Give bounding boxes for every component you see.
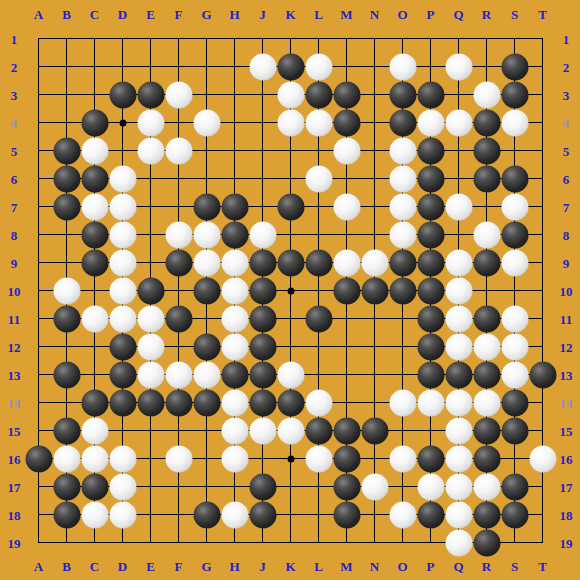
row-label-left: 16 — [8, 452, 21, 465]
stone-white[interactable] — [389, 193, 416, 220]
row-label-left: 1 — [11, 32, 18, 45]
stone-black[interactable] — [333, 501, 360, 528]
stone-black[interactable] — [137, 389, 164, 416]
stone-black[interactable] — [389, 249, 416, 276]
row-label-left: 10 — [8, 284, 21, 297]
stone-white[interactable] — [277, 109, 304, 136]
stone-white[interactable] — [109, 277, 136, 304]
stone-black[interactable] — [501, 417, 528, 444]
row-label-right: 7 — [563, 200, 570, 213]
stone-black[interactable] — [417, 277, 444, 304]
stone-white[interactable] — [277, 81, 304, 108]
stone-black[interactable] — [53, 501, 80, 528]
stone-white[interactable] — [445, 417, 472, 444]
row-label-right: 6 — [563, 172, 570, 185]
row-label-right: 2 — [563, 60, 570, 73]
column-label-bottom: Q — [453, 560, 463, 573]
stone-white[interactable] — [417, 473, 444, 500]
star-point — [287, 287, 294, 294]
stone-white[interactable] — [221, 501, 248, 528]
stone-white[interactable] — [165, 81, 192, 108]
column-label-top: L — [314, 8, 323, 21]
stone-black[interactable] — [53, 473, 80, 500]
stone-black[interactable] — [81, 473, 108, 500]
stone-black[interactable] — [249, 361, 276, 388]
stone-white[interactable] — [249, 221, 276, 248]
stone-white[interactable] — [137, 137, 164, 164]
row-label-left: 19 — [8, 536, 21, 549]
stone-black[interactable] — [53, 417, 80, 444]
stone-black[interactable] — [53, 305, 80, 332]
stone-black[interactable] — [305, 81, 332, 108]
stone-black[interactable] — [501, 221, 528, 248]
row-label-left: 2 — [11, 60, 18, 73]
stone-black[interactable] — [501, 389, 528, 416]
stone-white[interactable] — [445, 389, 472, 416]
row-label-left: 14 — [8, 396, 21, 409]
row-label-right: 14 — [560, 396, 573, 409]
stone-white[interactable] — [501, 193, 528, 220]
stone-black[interactable] — [137, 81, 164, 108]
stone-black[interactable] — [473, 109, 500, 136]
stone-black[interactable] — [305, 249, 332, 276]
column-label-bottom: K — [285, 560, 295, 573]
stone-black[interactable] — [305, 305, 332, 332]
column-label-bottom: T — [538, 560, 547, 573]
stone-black[interactable] — [193, 501, 220, 528]
stone-white[interactable] — [389, 53, 416, 80]
stone-black[interactable] — [277, 193, 304, 220]
stone-white[interactable] — [361, 473, 388, 500]
column-label-top: F — [175, 8, 183, 21]
stone-black[interactable] — [25, 445, 52, 472]
stone-white[interactable] — [473, 221, 500, 248]
stone-black[interactable] — [53, 165, 80, 192]
row-label-right: 15 — [560, 424, 573, 437]
stone-white[interactable] — [445, 277, 472, 304]
stone-white[interactable] — [165, 445, 192, 472]
stone-black[interactable] — [109, 389, 136, 416]
stone-black[interactable] — [221, 361, 248, 388]
stone-white[interactable] — [445, 109, 472, 136]
stone-white[interactable] — [137, 109, 164, 136]
stone-white[interactable] — [305, 389, 332, 416]
column-label-top: M — [340, 8, 352, 21]
column-label-bottom: A — [34, 560, 43, 573]
stone-white[interactable] — [81, 193, 108, 220]
row-label-left: 12 — [8, 340, 21, 353]
column-label-top: C — [90, 8, 99, 21]
column-label-bottom: C — [90, 560, 99, 573]
stone-black[interactable] — [417, 333, 444, 360]
stone-white[interactable] — [445, 249, 472, 276]
stone-black[interactable] — [501, 165, 528, 192]
stone-white[interactable] — [109, 473, 136, 500]
column-label-bottom: H — [229, 560, 239, 573]
stone-white[interactable] — [221, 333, 248, 360]
stone-black[interactable] — [389, 277, 416, 304]
stone-black[interactable] — [193, 193, 220, 220]
column-label-top: A — [34, 8, 43, 21]
stone-white[interactable] — [221, 277, 248, 304]
stone-black[interactable] — [417, 305, 444, 332]
column-label-bottom: N — [370, 560, 379, 573]
stone-white[interactable] — [53, 445, 80, 472]
column-label-top: G — [201, 8, 211, 21]
stone-white[interactable] — [109, 221, 136, 248]
stone-black[interactable] — [333, 81, 360, 108]
stone-white[interactable] — [501, 361, 528, 388]
column-label-bottom: G — [201, 560, 211, 573]
row-label-left: 7 — [11, 200, 18, 213]
stone-white[interactable] — [501, 249, 528, 276]
stone-black[interactable] — [53, 361, 80, 388]
stone-black[interactable] — [249, 501, 276, 528]
row-label-left: 4 — [11, 116, 18, 129]
row-label-right: 1 — [563, 32, 570, 45]
row-label-left: 3 — [11, 88, 18, 101]
stone-black[interactable] — [221, 221, 248, 248]
stone-white[interactable] — [445, 333, 472, 360]
stone-black[interactable] — [277, 53, 304, 80]
stone-white[interactable] — [445, 53, 472, 80]
stone-white[interactable] — [389, 445, 416, 472]
stone-black[interactable] — [53, 193, 80, 220]
column-label-bottom: J — [259, 560, 266, 573]
stone-white[interactable] — [109, 445, 136, 472]
column-label-bottom: P — [427, 560, 435, 573]
stone-black[interactable] — [417, 445, 444, 472]
stone-black[interactable] — [473, 361, 500, 388]
stone-black[interactable] — [333, 417, 360, 444]
column-label-bottom: B — [62, 560, 71, 573]
stone-black[interactable] — [277, 389, 304, 416]
star-point — [119, 119, 126, 126]
stone-black[interactable] — [333, 277, 360, 304]
row-label-left: 9 — [11, 256, 18, 269]
stone-black[interactable] — [473, 529, 500, 556]
row-label-left: 17 — [8, 480, 21, 493]
stone-black[interactable] — [361, 277, 388, 304]
stone-white[interactable] — [529, 445, 556, 472]
stone-black[interactable] — [81, 249, 108, 276]
row-label-left: 6 — [11, 172, 18, 185]
column-label-bottom: F — [175, 560, 183, 573]
go-board[interactable]: AABBCCDDEEFFGGHHJJKKLLMMNNOOPPQQRRSSTT11… — [0, 0, 580, 580]
stone-black[interactable] — [473, 249, 500, 276]
stone-white[interactable] — [389, 137, 416, 164]
stone-white[interactable] — [109, 501, 136, 528]
column-label-top: D — [118, 8, 127, 21]
stone-black[interactable] — [417, 501, 444, 528]
stone-white[interactable] — [109, 305, 136, 332]
row-label-right: 9 — [563, 256, 570, 269]
stone-black[interactable] — [249, 333, 276, 360]
row-label-right: 11 — [560, 312, 572, 325]
column-label-top: R — [482, 8, 491, 21]
row-label-right: 17 — [560, 480, 573, 493]
column-label-top: T — [538, 8, 547, 21]
stone-white[interactable] — [221, 305, 248, 332]
column-label-top: E — [146, 8, 155, 21]
stone-white[interactable] — [305, 165, 332, 192]
stone-white[interactable] — [165, 361, 192, 388]
stone-black[interactable] — [473, 445, 500, 472]
column-label-bottom: E — [146, 560, 155, 573]
stone-white[interactable] — [361, 249, 388, 276]
stone-black[interactable] — [109, 361, 136, 388]
stone-black[interactable] — [501, 473, 528, 500]
row-label-left: 11 — [8, 312, 20, 325]
row-label-right: 5 — [563, 144, 570, 157]
row-label-right: 4 — [563, 116, 570, 129]
stone-black[interactable] — [417, 81, 444, 108]
stone-white[interactable] — [277, 417, 304, 444]
stone-black[interactable] — [473, 417, 500, 444]
stone-black[interactable] — [81, 389, 108, 416]
stone-black[interactable] — [249, 277, 276, 304]
stone-white[interactable] — [53, 277, 80, 304]
stone-white[interactable] — [305, 53, 332, 80]
stone-black[interactable] — [221, 193, 248, 220]
stone-black[interactable] — [333, 445, 360, 472]
stone-black[interactable] — [193, 389, 220, 416]
stone-black[interactable] — [473, 501, 500, 528]
stone-white[interactable] — [277, 361, 304, 388]
row-label-left: 13 — [8, 368, 21, 381]
stone-white[interactable] — [389, 501, 416, 528]
row-label-right: 18 — [560, 508, 573, 521]
stone-white[interactable] — [221, 417, 248, 444]
column-label-top: Q — [453, 8, 463, 21]
stone-black[interactable] — [473, 305, 500, 332]
stone-white[interactable] — [389, 221, 416, 248]
stone-black[interactable] — [249, 305, 276, 332]
row-label-right: 8 — [563, 228, 570, 241]
column-label-bottom: M — [340, 560, 352, 573]
stone-white[interactable] — [333, 249, 360, 276]
stone-black[interactable] — [53, 137, 80, 164]
stone-white[interactable] — [389, 389, 416, 416]
stone-black[interactable] — [165, 249, 192, 276]
stone-white[interactable] — [389, 165, 416, 192]
column-label-top: O — [397, 8, 407, 21]
stone-white[interactable] — [109, 249, 136, 276]
column-label-top: S — [511, 8, 518, 21]
stone-black[interactable] — [249, 389, 276, 416]
stone-black[interactable] — [445, 361, 472, 388]
stone-white[interactable] — [81, 417, 108, 444]
row-label-right: 12 — [560, 340, 573, 353]
stone-black[interactable] — [417, 249, 444, 276]
row-label-right: 16 — [560, 452, 573, 465]
stone-black[interactable] — [417, 137, 444, 164]
stone-white[interactable] — [473, 389, 500, 416]
column-label-bottom: L — [314, 560, 323, 573]
column-label-top: B — [62, 8, 71, 21]
stone-white[interactable] — [81, 305, 108, 332]
stone-white[interactable] — [333, 137, 360, 164]
stone-white[interactable] — [193, 109, 220, 136]
stone-black[interactable] — [473, 165, 500, 192]
stone-black[interactable] — [305, 417, 332, 444]
stone-black[interactable] — [277, 249, 304, 276]
stone-black[interactable] — [333, 473, 360, 500]
stone-white[interactable] — [193, 221, 220, 248]
stone-black[interactable] — [501, 53, 528, 80]
column-label-top: J — [259, 8, 266, 21]
column-label-bottom: D — [118, 560, 127, 573]
stone-white[interactable] — [445, 305, 472, 332]
stone-black[interactable] — [417, 193, 444, 220]
stone-white[interactable] — [81, 137, 108, 164]
stone-black[interactable] — [109, 333, 136, 360]
stone-black[interactable] — [417, 165, 444, 192]
stone-white[interactable] — [445, 445, 472, 472]
column-label-top: P — [427, 8, 435, 21]
stone-black[interactable] — [501, 81, 528, 108]
stone-white[interactable] — [501, 305, 528, 332]
stone-black[interactable] — [81, 221, 108, 248]
stone-white[interactable] — [109, 165, 136, 192]
row-label-right: 13 — [560, 368, 573, 381]
column-label-top: H — [229, 8, 239, 21]
stone-black[interactable] — [389, 109, 416, 136]
stone-white[interactable] — [305, 109, 332, 136]
stone-white[interactable] — [417, 109, 444, 136]
stone-white[interactable] — [249, 53, 276, 80]
column-label-top: N — [370, 8, 379, 21]
stone-white[interactable] — [137, 361, 164, 388]
stone-white[interactable] — [165, 221, 192, 248]
stone-black[interactable] — [193, 333, 220, 360]
stone-black[interactable] — [165, 305, 192, 332]
stone-black[interactable] — [249, 473, 276, 500]
stone-white[interactable] — [445, 529, 472, 556]
row-label-left: 5 — [11, 144, 18, 157]
star-point — [287, 455, 294, 462]
stone-white[interactable] — [193, 361, 220, 388]
stone-white[interactable] — [445, 473, 472, 500]
stone-black[interactable] — [501, 501, 528, 528]
stone-white[interactable] — [137, 333, 164, 360]
stone-white[interactable] — [305, 445, 332, 472]
stone-white[interactable] — [473, 473, 500, 500]
stone-white[interactable] — [501, 333, 528, 360]
stone-black[interactable] — [417, 221, 444, 248]
stone-white[interactable] — [81, 501, 108, 528]
stone-white[interactable] — [165, 137, 192, 164]
stone-black[interactable] — [417, 361, 444, 388]
row-label-left: 8 — [11, 228, 18, 241]
stone-black[interactable] — [389, 81, 416, 108]
stone-white[interactable] — [193, 249, 220, 276]
stone-white[interactable] — [445, 501, 472, 528]
column-label-bottom: R — [482, 560, 491, 573]
stone-white[interactable] — [109, 193, 136, 220]
column-label-bottom: S — [511, 560, 518, 573]
column-label-bottom: O — [397, 560, 407, 573]
row-label-right: 19 — [560, 536, 573, 549]
stone-white[interactable] — [137, 305, 164, 332]
stone-black[interactable] — [81, 109, 108, 136]
stone-black[interactable] — [473, 137, 500, 164]
stone-white[interactable] — [221, 249, 248, 276]
stone-black[interactable] — [249, 249, 276, 276]
row-label-left: 18 — [8, 508, 21, 521]
stone-white[interactable] — [501, 109, 528, 136]
stone-white[interactable] — [221, 445, 248, 472]
stone-black[interactable] — [361, 417, 388, 444]
stone-black[interactable] — [529, 361, 556, 388]
stone-black[interactable] — [137, 277, 164, 304]
column-label-top: K — [285, 8, 295, 21]
stone-white[interactable] — [221, 389, 248, 416]
row-label-right: 3 — [563, 88, 570, 101]
stone-white[interactable] — [445, 193, 472, 220]
stone-white[interactable] — [473, 333, 500, 360]
stone-white[interactable] — [249, 417, 276, 444]
stone-black[interactable] — [333, 109, 360, 136]
stone-black[interactable] — [109, 81, 136, 108]
stone-white[interactable] — [333, 193, 360, 220]
stone-white[interactable] — [417, 389, 444, 416]
stone-black[interactable] — [165, 389, 192, 416]
stone-black[interactable] — [81, 165, 108, 192]
stone-white[interactable] — [473, 81, 500, 108]
stone-black[interactable] — [193, 277, 220, 304]
row-label-right: 10 — [560, 284, 573, 297]
stone-white[interactable] — [81, 445, 108, 472]
row-label-left: 15 — [8, 424, 21, 437]
